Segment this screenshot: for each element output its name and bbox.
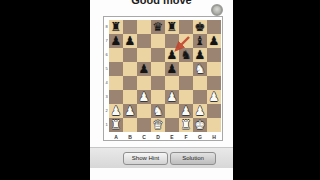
- square-d1[interactable]: ♛: [151, 118, 165, 132]
- black-piece-r: ♜: [109, 20, 123, 34]
- square-d8[interactable]: ♛: [151, 20, 165, 34]
- white-piece-q: ♛: [151, 118, 165, 132]
- square-g4[interactable]: [193, 76, 207, 90]
- square-g5[interactable]: ♞: [193, 62, 207, 76]
- square-h4[interactable]: [207, 76, 221, 90]
- square-a5[interactable]: [109, 62, 123, 76]
- square-b4[interactable]: [123, 76, 137, 90]
- square-b6[interactable]: [123, 48, 137, 62]
- file-label-d: D: [151, 133, 165, 141]
- file-label-h: H: [207, 133, 221, 141]
- square-c5[interactable]: ♟: [137, 62, 151, 76]
- black-piece-r: ♜: [165, 20, 179, 34]
- square-b1[interactable]: [123, 118, 137, 132]
- white-piece-p: ♟: [165, 90, 179, 104]
- square-a6[interactable]: [109, 48, 123, 62]
- file-label-f: F: [179, 133, 193, 141]
- black-piece-p: ♟: [165, 62, 179, 76]
- white-piece-p: ♟: [207, 90, 221, 104]
- square-e3[interactable]: ♟: [165, 90, 179, 104]
- square-f2[interactable]: ♟: [179, 104, 193, 118]
- square-d7[interactable]: [151, 34, 165, 48]
- black-piece-k: ♚: [193, 20, 207, 34]
- square-c7[interactable]: [137, 34, 151, 48]
- black-piece-q: ♛: [151, 20, 165, 34]
- square-e4[interactable]: [165, 76, 179, 90]
- button-bar: Show Hint Solution: [90, 147, 233, 168]
- square-c3[interactable]: ♟: [137, 90, 151, 104]
- square-c8[interactable]: [137, 20, 151, 34]
- board-grid[interactable]: ♜♛♜♚♟♟♝♟♟♞♟♟♟♞♟♟♟♟♟♞♟♟♜♛♜♚: [109, 20, 221, 132]
- square-a1[interactable]: ♜: [109, 118, 123, 132]
- file-label-g: G: [193, 133, 207, 141]
- square-h5[interactable]: [207, 62, 221, 76]
- white-piece-r: ♜: [179, 118, 193, 132]
- white-piece-p: ♟: [137, 90, 151, 104]
- square-f8[interactable]: [179, 20, 193, 34]
- square-a8[interactable]: ♜: [109, 20, 123, 34]
- square-b2[interactable]: ♟: [123, 104, 137, 118]
- square-b8[interactable]: [123, 20, 137, 34]
- show-hint-button[interactable]: Show Hint: [123, 152, 168, 165]
- square-a4[interactable]: [109, 76, 123, 90]
- square-f7[interactable]: [179, 34, 193, 48]
- square-b3[interactable]: [123, 90, 137, 104]
- square-h7[interactable]: ♟: [207, 34, 221, 48]
- square-g6[interactable]: ♟: [193, 48, 207, 62]
- square-c6[interactable]: [137, 48, 151, 62]
- square-f4[interactable]: [179, 76, 193, 90]
- square-e8[interactable]: ♜: [165, 20, 179, 34]
- square-a7[interactable]: ♟: [109, 34, 123, 48]
- square-g7[interactable]: ♝: [193, 34, 207, 48]
- file-label-c: C: [137, 133, 151, 141]
- square-e5[interactable]: ♟: [165, 62, 179, 76]
- black-piece-n: ♞: [179, 48, 193, 62]
- square-d4[interactable]: [151, 76, 165, 90]
- square-d3[interactable]: [151, 90, 165, 104]
- white-piece-p: ♟: [123, 104, 137, 118]
- chess-board: 87654321 ♜♛♜♚♟♟♝♟♟♞♟♟♟♞♟♟♟♟♟♞♟♟♜♛♜♚ ABCD…: [103, 16, 223, 141]
- square-d2[interactable]: ♞: [151, 104, 165, 118]
- circle-badge-icon: [211, 4, 223, 16]
- square-e2[interactable]: [165, 104, 179, 118]
- square-b7[interactable]: ♟: [123, 34, 137, 48]
- file-labels: ABCDEFGH: [109, 133, 221, 141]
- square-f1[interactable]: ♜: [179, 118, 193, 132]
- square-g8[interactable]: ♚: [193, 20, 207, 34]
- black-piece-p: ♟: [193, 48, 207, 62]
- black-piece-p: ♟: [123, 34, 137, 48]
- square-g3[interactable]: [193, 90, 207, 104]
- square-a3[interactable]: [109, 90, 123, 104]
- white-piece-p: ♟: [109, 104, 123, 118]
- square-f6[interactable]: ♞: [179, 48, 193, 62]
- white-piece-r: ♜: [109, 118, 123, 132]
- square-h3[interactable]: ♟: [207, 90, 221, 104]
- white-piece-n: ♞: [151, 104, 165, 118]
- square-f5[interactable]: [179, 62, 193, 76]
- square-d6[interactable]: [151, 48, 165, 62]
- square-g1[interactable]: ♚: [193, 118, 207, 132]
- black-piece-p: ♟: [137, 62, 151, 76]
- square-h6[interactable]: [207, 48, 221, 62]
- file-label-e: E: [165, 133, 179, 141]
- square-e7[interactable]: [165, 34, 179, 48]
- black-piece-p: ♟: [165, 48, 179, 62]
- square-c1[interactable]: [137, 118, 151, 132]
- black-piece-p: ♟: [109, 34, 123, 48]
- black-piece-p: ♟: [207, 34, 221, 48]
- square-a2[interactable]: ♟: [109, 104, 123, 118]
- square-f3[interactable]: [179, 90, 193, 104]
- file-label-a: A: [109, 133, 123, 141]
- file-label-b: B: [123, 133, 137, 141]
- square-b5[interactable]: [123, 62, 137, 76]
- white-piece-n: ♞: [193, 62, 207, 76]
- white-piece-k: ♚: [193, 118, 207, 132]
- app-panel: Good move 87654321 ♜♛♜♚♟♟♝♟♟♞♟♟♟♞♟♟♟♟♟♞♟…: [90, 0, 233, 180]
- square-e6[interactable]: ♟: [165, 48, 179, 62]
- square-c2[interactable]: [137, 104, 151, 118]
- square-g2[interactable]: ♟: [193, 104, 207, 118]
- white-piece-p: ♟: [193, 104, 207, 118]
- square-c4[interactable]: [137, 76, 151, 90]
- square-h1[interactable]: [207, 118, 221, 132]
- solution-button[interactable]: Solution: [170, 152, 216, 165]
- square-d5[interactable]: [151, 62, 165, 76]
- square-e1[interactable]: [165, 118, 179, 132]
- white-piece-p: ♟: [179, 104, 193, 118]
- square-h2[interactable]: [207, 104, 221, 118]
- square-h8[interactable]: [207, 20, 221, 34]
- black-piece-b: ♝: [193, 34, 207, 48]
